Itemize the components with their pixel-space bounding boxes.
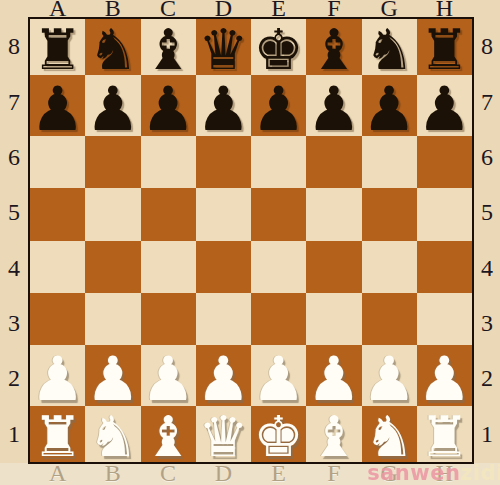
square-g4[interactable] [362, 241, 417, 293]
chess-diagram: A B C D E F G H 8 7 6 5 4 3 2 1 ♜♞♝♛♚♝♞♜… [0, 0, 500, 485]
square-g5[interactable] [362, 188, 417, 240]
square-h1[interactable]: ♜ [417, 406, 472, 462]
square-f7[interactable]: ♟ [306, 75, 361, 136]
square-f5[interactable] [306, 188, 361, 240]
rank-label-left-6: 6 [0, 130, 28, 185]
square-d1[interactable]: ♛ [196, 406, 251, 462]
square-e8[interactable]: ♚ [251, 19, 306, 75]
rank-label-left-2: 2 [0, 351, 28, 406]
rank-label-right-8: 8 [474, 19, 500, 74]
square-c4[interactable] [141, 241, 196, 293]
piece-black-pawn[interactable]: ♟ [196, 78, 251, 139]
square-c2[interactable]: ♟ [141, 345, 196, 406]
square-e5[interactable] [251, 188, 306, 240]
square-f1[interactable]: ♝ [306, 406, 361, 462]
square-b8[interactable]: ♞ [85, 19, 140, 75]
file-label-bottom-c: C [141, 461, 196, 485]
piece-black-pawn[interactable]: ♟ [30, 78, 85, 139]
piece-white-pawn[interactable]: ♟ [86, 348, 141, 409]
piece-black-rook[interactable]: ♜ [33, 22, 83, 78]
piece-black-queen[interactable]: ♛ [198, 22, 248, 78]
square-d2[interactable]: ♟ [196, 345, 251, 406]
square-d4[interactable] [196, 241, 251, 293]
watermark-text-primary: sanwen [367, 461, 460, 485]
square-b5[interactable] [85, 188, 140, 240]
square-e4[interactable] [251, 241, 306, 293]
file-label-top-d: D [196, 0, 251, 18]
square-g2[interactable]: ♟ [362, 345, 417, 406]
rank-label-left-5: 5 [0, 185, 28, 240]
square-e1[interactable]: ♚ [251, 406, 306, 462]
piece-black-pawn[interactable]: ♟ [307, 78, 362, 139]
piece-black-rook[interactable]: ♜ [419, 22, 469, 78]
rank-label-left-4: 4 [0, 241, 28, 296]
file-label-bottom-d: D [196, 461, 251, 485]
square-d7[interactable]: ♟ [196, 75, 251, 136]
square-c7[interactable]: ♟ [141, 75, 196, 136]
rank-label-right-1: 1 [474, 407, 500, 462]
square-h5[interactable] [417, 188, 472, 240]
square-f2[interactable]: ♟ [306, 345, 361, 406]
rank-label-right-2: 2 [474, 351, 500, 406]
piece-black-pawn[interactable]: ♟ [362, 78, 417, 139]
piece-black-bishop[interactable]: ♝ [309, 22, 359, 78]
file-label-top-f: F [306, 0, 361, 18]
rank-label-left-1: 1 [0, 407, 28, 462]
piece-white-pawn[interactable]: ♟ [251, 348, 306, 409]
square-h8[interactable]: ♜ [417, 19, 472, 75]
square-b7[interactable]: ♟ [85, 75, 140, 136]
square-e2[interactable]: ♟ [251, 345, 306, 406]
file-label-bottom-f: F [306, 461, 361, 485]
square-b2[interactable]: ♟ [85, 345, 140, 406]
piece-white-rook[interactable]: ♜ [33, 409, 83, 465]
piece-black-bishop[interactable]: ♝ [143, 22, 193, 78]
file-label-top-g: G [362, 0, 417, 18]
rank-labels-left: 8 7 6 5 4 3 2 1 [0, 19, 28, 462]
square-c5[interactable] [141, 188, 196, 240]
piece-white-knight[interactable]: ♞ [88, 409, 138, 465]
square-f3[interactable] [306, 293, 361, 345]
rank-label-right-6: 6 [474, 130, 500, 185]
piece-white-bishop[interactable]: ♝ [309, 409, 359, 465]
piece-white-rook[interactable]: ♜ [419, 409, 469, 465]
rank-labels-right: 8 7 6 5 4 3 2 1 [474, 19, 500, 462]
piece-white-pawn[interactable]: ♟ [196, 348, 251, 409]
square-a5[interactable] [30, 188, 85, 240]
rank-label-left-3: 3 [0, 296, 28, 351]
file-label-top-b: B [85, 0, 140, 18]
piece-white-pawn[interactable]: ♟ [362, 348, 417, 409]
rank-label-left-7: 7 [0, 74, 28, 129]
watermark-text-secondary: zidi [460, 461, 500, 485]
file-label-top-e: E [251, 0, 306, 18]
piece-white-pawn[interactable]: ♟ [141, 348, 196, 409]
square-c3[interactable] [141, 293, 196, 345]
square-g1[interactable]: ♞ [362, 406, 417, 462]
piece-black-pawn[interactable]: ♟ [86, 78, 141, 139]
rank-label-right-4: 4 [474, 241, 500, 296]
square-h7[interactable]: ♟ [417, 75, 472, 136]
chess-board: ♜♞♝♛♚♝♞♜♟♟♟♟♟♟♟♟♟♟♟♟♟♟♟♟♜♞♝♛♚♝♞♜ [28, 17, 474, 464]
square-a7[interactable]: ♟ [30, 75, 85, 136]
square-a4[interactable] [30, 241, 85, 293]
file-label-bottom-b: B [85, 461, 140, 485]
square-d5[interactable] [196, 188, 251, 240]
piece-black-king[interactable]: ♚ [254, 22, 304, 78]
rank-label-right-5: 5 [474, 185, 500, 240]
square-c1[interactable]: ♝ [141, 406, 196, 462]
square-a8[interactable]: ♜ [30, 19, 85, 75]
square-c8[interactable]: ♝ [141, 19, 196, 75]
file-label-top-c: C [141, 0, 196, 18]
square-a3[interactable] [30, 293, 85, 345]
piece-white-knight[interactable]: ♞ [364, 409, 414, 465]
square-d8[interactable]: ♛ [196, 19, 251, 75]
rank-label-left-8: 8 [0, 19, 28, 74]
square-e7[interactable]: ♟ [251, 75, 306, 136]
piece-white-bishop[interactable]: ♝ [143, 409, 193, 465]
piece-white-pawn[interactable]: ♟ [307, 348, 362, 409]
file-label-bottom-a: A [30, 461, 85, 485]
square-h2[interactable]: ♟ [417, 345, 472, 406]
square-f4[interactable] [306, 241, 361, 293]
piece-black-pawn[interactable]: ♟ [141, 78, 196, 139]
piece-black-pawn[interactable]: ♟ [417, 78, 472, 139]
watermark: sanwenzidi [367, 461, 500, 485]
square-g8[interactable]: ♞ [362, 19, 417, 75]
square-b4[interactable] [85, 241, 140, 293]
piece-black-pawn[interactable]: ♟ [251, 78, 306, 139]
file-label-top-a: A [30, 0, 85, 18]
square-b3[interactable] [85, 293, 140, 345]
square-g7[interactable]: ♟ [362, 75, 417, 136]
rank-label-right-7: 7 [474, 74, 500, 129]
piece-black-knight[interactable]: ♞ [88, 22, 138, 78]
square-h4[interactable] [417, 241, 472, 293]
piece-white-king[interactable]: ♚ [254, 409, 304, 465]
square-e3[interactable] [251, 293, 306, 345]
piece-black-knight[interactable]: ♞ [364, 22, 414, 78]
square-b1[interactable]: ♞ [85, 406, 140, 462]
piece-white-pawn[interactable]: ♟ [30, 348, 85, 409]
file-label-top-h: H [417, 0, 472, 18]
piece-white-queen[interactable]: ♛ [198, 409, 248, 465]
file-label-bottom-e: E [251, 461, 306, 485]
piece-white-pawn[interactable]: ♟ [417, 348, 472, 409]
square-a1[interactable]: ♜ [30, 406, 85, 462]
square-d3[interactable] [196, 293, 251, 345]
file-labels-top: A B C D E F G H [30, 0, 472, 18]
square-g3[interactable] [362, 293, 417, 345]
rank-label-right-3: 3 [474, 296, 500, 351]
square-h3[interactable] [417, 293, 472, 345]
square-f8[interactable]: ♝ [306, 19, 361, 75]
square-a2[interactable]: ♟ [30, 345, 85, 406]
